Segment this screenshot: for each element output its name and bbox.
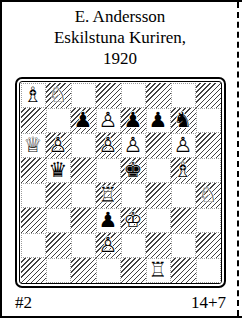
white-rook-f1: ♖ [149,258,168,283]
square-g8 [171,83,196,108]
square-f8 [146,83,171,108]
square-g4 [171,183,196,208]
square-c7: ♟ [71,108,96,133]
publication-year: 1920 [2,48,238,69]
source-publication: Eskilstuna Kuriren, [2,27,238,48]
square-d1 [96,258,121,283]
square-a7 [21,108,46,133]
square-b1 [46,258,71,283]
square-h5 [196,158,221,183]
square-g7: ♞ [171,108,196,133]
chess-board-frame: ♗♘♟♙♟♟♞♕♙♙♙♙♛♚♗♖♘♟♔♙♖ [15,77,226,288]
square-h4: ♘ [196,183,221,208]
square-f6 [146,133,171,158]
square-d6: ♙ [96,133,121,158]
black-pawn-e7: ♟ [124,108,143,133]
black-pawn-d3: ♟ [99,208,118,233]
square-a1 [21,258,46,283]
piece-count-label: 14+7 [191,293,226,313]
square-e7: ♟ [121,108,146,133]
square-h1 [196,258,221,283]
problem-caption: #2 14+7 [15,293,226,313]
square-f2 [146,233,171,258]
square-e6: ♙ [121,133,146,158]
chess-problem-card: E. Andersson Eskilstuna Kuriren, 1920 ♗♘… [0,0,242,318]
square-a3 [21,208,46,233]
square-b7 [46,108,71,133]
white-bishop-g5: ♗ [174,158,193,183]
square-h7 [196,108,221,133]
square-g2 [171,233,196,258]
square-h8 [196,83,221,108]
problem-header: E. Andersson Eskilstuna Kuriren, 1920 [2,6,238,69]
square-a6: ♕ [21,133,46,158]
square-d3: ♟ [96,208,121,233]
square-b2 [46,233,71,258]
square-f3 [146,208,171,233]
square-e3: ♔ [121,208,146,233]
square-a4 [21,183,46,208]
square-a8: ♗ [21,83,46,108]
square-f1: ♖ [146,258,171,283]
white-queen-a6: ♕ [24,133,43,158]
white-pawn-d7: ♙ [99,108,118,133]
square-f4 [146,183,171,208]
white-knight-b8: ♘ [49,83,68,108]
square-h2 [196,233,221,258]
white-rook-d4: ♖ [99,183,118,208]
chess-board-inner-frame: ♗♘♟♙♟♟♞♕♙♙♙♙♛♚♗♖♘♟♔♙♖ [19,81,222,284]
white-pawn-e6: ♙ [124,133,143,158]
square-b3 [46,208,71,233]
black-king-e5: ♚ [124,158,143,183]
black-pawn-c7: ♟ [74,108,93,133]
black-queen-b5: ♛ [49,158,68,183]
square-e8 [121,83,146,108]
square-e1 [121,258,146,283]
square-g1 [171,258,196,283]
black-pawn-f7: ♟ [149,108,168,133]
square-c6 [71,133,96,158]
square-h6 [196,133,221,158]
square-c5 [71,158,96,183]
white-pawn-d6: ♙ [99,133,118,158]
square-a2 [21,233,46,258]
square-g3 [171,208,196,233]
white-pawn-g6: ♙ [174,133,193,158]
chess-board: ♗♘♟♙♟♟♞♕♙♙♙♙♛♚♗♖♘♟♔♙♖ [21,83,221,283]
square-d4: ♖ [96,183,121,208]
square-c1 [71,258,96,283]
square-c8 [71,83,96,108]
white-king-e3: ♔ [124,208,143,233]
white-pawn-d2: ♙ [99,233,118,258]
square-d2: ♙ [96,233,121,258]
white-bishop-a8: ♗ [24,83,43,108]
white-knight-h4: ♘ [199,183,218,208]
white-pawn-b6: ♙ [49,133,68,158]
square-g5: ♗ [171,158,196,183]
square-b6: ♙ [46,133,71,158]
square-b5: ♛ [46,158,71,183]
square-d7: ♙ [96,108,121,133]
square-g6: ♙ [171,133,196,158]
black-knight-g7: ♞ [174,108,193,133]
square-a5 [21,158,46,183]
square-f5 [146,158,171,183]
composer-name: E. Andersson [2,6,238,27]
square-e4 [121,183,146,208]
square-b4 [46,183,71,208]
square-h3 [196,208,221,233]
square-c3 [71,208,96,233]
square-d5 [96,158,121,183]
square-c2 [71,233,96,258]
square-e2 [121,233,146,258]
square-e5: ♚ [121,158,146,183]
square-f7: ♟ [146,108,171,133]
stipulation-label: #2 [15,293,32,313]
square-b8: ♘ [46,83,71,108]
square-d8 [96,83,121,108]
square-c4 [71,183,96,208]
